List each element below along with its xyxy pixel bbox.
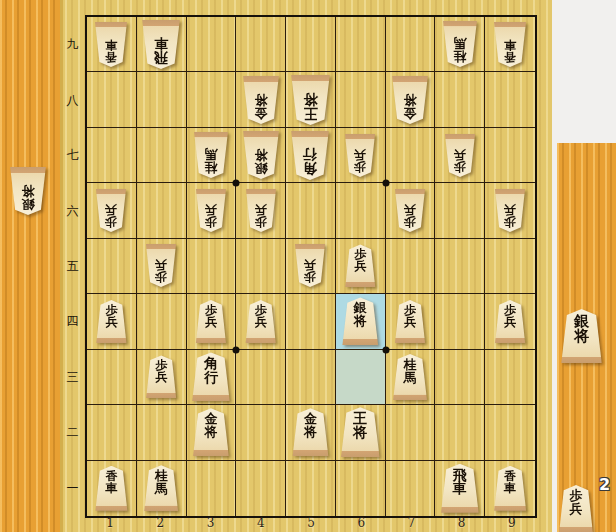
koma-king-rotated[interactable]: 王将 bbox=[290, 75, 331, 125]
koma-kanji: 兵 bbox=[504, 204, 516, 216]
koma-kanji: 兵 bbox=[570, 503, 583, 516]
square-9-7[interactable] bbox=[485, 128, 535, 183]
koma-kanji: 車 bbox=[105, 38, 117, 50]
koma-kanji: 兵 bbox=[255, 204, 267, 216]
koma-gold-rotated[interactable]: 金将 bbox=[242, 76, 280, 124]
koma-gold-rotated[interactable]: 金将 bbox=[391, 76, 429, 124]
koma-kanji: 兵 bbox=[404, 204, 416, 216]
square-4-8[interactable]: 金将 bbox=[236, 72, 286, 127]
koma-kanji: 兵 bbox=[354, 148, 366, 160]
square-5-4[interactable] bbox=[286, 294, 336, 349]
square-1-9[interactable]: 香車 bbox=[87, 17, 137, 72]
left-komadai: 銀将 bbox=[0, 0, 63, 532]
square-5-8[interactable]: 王将 bbox=[286, 72, 336, 127]
koma-pawn[interactable]: 歩兵 bbox=[558, 485, 594, 532]
koma-gold[interactable]: 金将 bbox=[192, 408, 230, 456]
square-3-6[interactable]: 歩兵 bbox=[187, 183, 237, 238]
koma-kanji: 兵 bbox=[404, 317, 416, 329]
koma-pawn[interactable]: 歩兵 bbox=[494, 300, 526, 343]
square-1-8[interactable] bbox=[87, 72, 137, 127]
koma-lance-rotated[interactable]: 香車 bbox=[493, 22, 527, 67]
right-komadai: 銀将歩兵2 bbox=[557, 143, 616, 532]
koma-pawn-rotated[interactable]: 歩兵 bbox=[444, 134, 476, 177]
square-6-4[interactable]: 銀将 bbox=[336, 294, 386, 349]
square-9-4[interactable]: 歩兵 bbox=[485, 294, 535, 349]
koma-kanji: 兵 bbox=[105, 317, 117, 329]
square-4-4[interactable]: 歩兵 bbox=[236, 294, 286, 349]
koma-lance[interactable]: 香車 bbox=[493, 466, 527, 511]
hoshi-dot bbox=[233, 180, 240, 187]
square-6-8[interactable] bbox=[336, 72, 386, 127]
rank-labels: 九八七六五四三二一 bbox=[60, 17, 85, 516]
koma-pawn[interactable]: 歩兵 bbox=[95, 300, 127, 343]
square-3-3[interactable]: 角行 bbox=[187, 350, 237, 405]
square-7-6[interactable]: 歩兵 bbox=[386, 183, 436, 238]
koma-kanji: 兵 bbox=[255, 317, 267, 329]
square-2-4[interactable] bbox=[137, 294, 187, 349]
square-4-5[interactable] bbox=[236, 239, 286, 294]
koma-kanji: 歩 bbox=[304, 271, 316, 283]
shogi-board: 香車飛車桂馬香車金将王将金将桂馬銀将角行歩兵歩兵歩兵歩兵歩兵歩兵歩兵歩兵歩兵歩兵… bbox=[85, 15, 537, 518]
koma-kanji: 兵 bbox=[504, 317, 516, 329]
square-4-1[interactable] bbox=[236, 461, 286, 516]
koma-silver[interactable]: 銀将 bbox=[341, 297, 379, 345]
square-5-5[interactable]: 歩兵 bbox=[286, 239, 336, 294]
file-label: 6 bbox=[336, 517, 386, 532]
square-1-3[interactable] bbox=[87, 350, 137, 405]
koma-kanji: 車 bbox=[504, 38, 516, 50]
hand-piece-count: 2 bbox=[599, 475, 610, 494]
square-8-6[interactable] bbox=[435, 183, 485, 238]
square-7-2[interactable] bbox=[386, 405, 436, 460]
square-1-4[interactable]: 歩兵 bbox=[87, 294, 137, 349]
koma-kanji: 兵 bbox=[155, 372, 167, 384]
square-2-3[interactable]: 歩兵 bbox=[137, 350, 187, 405]
square-9-2[interactable] bbox=[485, 405, 535, 460]
square-8-1[interactable]: 飛車 bbox=[435, 461, 485, 516]
rank-label: 七 bbox=[60, 128, 85, 183]
koma-knight-rotated[interactable]: 桂馬 bbox=[442, 21, 478, 67]
koma-lance-rotated[interactable]: 香車 bbox=[94, 22, 128, 67]
square-2-8[interactable] bbox=[137, 72, 187, 127]
koma-kanji: 兵 bbox=[205, 317, 217, 329]
koma-kanji: 将 bbox=[304, 426, 317, 439]
koma-silver-rotated[interactable]: 銀将 bbox=[9, 167, 47, 215]
square-5-9[interactable] bbox=[286, 17, 336, 72]
square-9-3[interactable] bbox=[485, 350, 535, 405]
square-6-9[interactable] bbox=[336, 17, 386, 72]
rank-label: 四 bbox=[60, 294, 85, 349]
koma-gold[interactable]: 金将 bbox=[291, 408, 329, 456]
koma-pawn[interactable]: 歩兵 bbox=[195, 300, 227, 343]
koma-kanji: 将 bbox=[574, 329, 589, 344]
rank-label: 八 bbox=[60, 72, 85, 127]
square-3-9[interactable] bbox=[187, 17, 237, 72]
rank-label: 一 bbox=[60, 461, 85, 516]
koma-knight[interactable]: 桂馬 bbox=[143, 465, 179, 511]
koma-kanji: 兵 bbox=[155, 259, 167, 271]
square-6-7[interactable]: 歩兵 bbox=[336, 128, 386, 183]
square-6-1[interactable] bbox=[336, 461, 386, 516]
square-3-5[interactable] bbox=[187, 239, 237, 294]
koma-kanji: 銀 bbox=[254, 161, 267, 174]
square-9-5[interactable] bbox=[485, 239, 535, 294]
koma-pawn[interactable]: 歩兵 bbox=[344, 244, 376, 287]
rank-label: 六 bbox=[60, 183, 85, 238]
koma-kanji: 将 bbox=[22, 185, 35, 198]
koma-kanji: 飛 bbox=[154, 50, 168, 64]
rank-label: 九 bbox=[60, 17, 85, 72]
koma-bishop-rotated[interactable]: 角行 bbox=[290, 131, 330, 180]
square-2-1[interactable]: 桂馬 bbox=[137, 461, 187, 516]
square-7-5[interactable] bbox=[386, 239, 436, 294]
square-9-9[interactable]: 香車 bbox=[485, 17, 535, 72]
koma-pawn-rotated[interactable]: 歩兵 bbox=[245, 189, 277, 232]
square-7-7[interactable] bbox=[386, 128, 436, 183]
square-1-7[interactable] bbox=[87, 128, 137, 183]
koma-kanji: 車 bbox=[105, 483, 117, 495]
square-4-2[interactable] bbox=[236, 405, 286, 460]
koma-king[interactable]: 王将 bbox=[340, 407, 381, 457]
square-2-9[interactable]: 飛車 bbox=[137, 17, 187, 72]
square-1-5[interactable] bbox=[87, 239, 137, 294]
koma-kanji: 馬 bbox=[453, 37, 466, 50]
square-3-1[interactable] bbox=[187, 461, 237, 516]
koma-pawn[interactable]: 歩兵 bbox=[145, 355, 177, 398]
square-8-4[interactable] bbox=[435, 294, 485, 349]
square-8-2[interactable] bbox=[435, 405, 485, 460]
hoshi-dot bbox=[233, 346, 240, 353]
koma-kanji: 将 bbox=[254, 149, 267, 162]
square-8-5[interactable] bbox=[435, 239, 485, 294]
koma-knight-rotated[interactable]: 桂馬 bbox=[193, 132, 229, 178]
square-5-1[interactable] bbox=[286, 461, 336, 516]
koma-pawn-rotated[interactable]: 歩兵 bbox=[95, 189, 127, 232]
koma-kanji: 歩 bbox=[205, 215, 217, 227]
square-8-9[interactable]: 桂馬 bbox=[435, 17, 485, 72]
koma-kanji: 行 bbox=[204, 371, 218, 385]
koma-kanji: 兵 bbox=[304, 259, 316, 271]
koma-kanji: 桂 bbox=[453, 49, 466, 62]
square-5-2[interactable]: 金将 bbox=[286, 405, 336, 460]
koma-kanji: 歩 bbox=[504, 215, 516, 227]
koma-kanji: 馬 bbox=[204, 148, 217, 161]
square-1-2[interactable] bbox=[87, 405, 137, 460]
koma-pawn[interactable]: 歩兵 bbox=[394, 300, 426, 343]
koma-bishop[interactable]: 角行 bbox=[191, 352, 231, 401]
koma-kanji: 銀 bbox=[22, 197, 35, 210]
koma-knight[interactable]: 桂馬 bbox=[392, 354, 428, 400]
koma-pawn-rotated[interactable]: 歩兵 bbox=[344, 134, 376, 177]
hoshi-dot bbox=[382, 180, 389, 187]
square-8-7[interactable]: 歩兵 bbox=[435, 128, 485, 183]
koma-pawn-rotated[interactable]: 歩兵 bbox=[145, 244, 177, 287]
koma-kanji: 兵 bbox=[105, 204, 117, 216]
koma-kanji: 兵 bbox=[354, 261, 366, 273]
rank-label: 三 bbox=[60, 350, 85, 405]
file-labels: 123456789 bbox=[85, 517, 537, 532]
koma-kanji: 車 bbox=[453, 482, 467, 496]
koma-kanji: 将 bbox=[204, 426, 217, 439]
square-6-5[interactable]: 歩兵 bbox=[336, 239, 386, 294]
square-7-1[interactable] bbox=[386, 461, 436, 516]
koma-kanji: 行 bbox=[303, 147, 317, 161]
square-9-8[interactable] bbox=[485, 72, 535, 127]
square-1-6[interactable]: 歩兵 bbox=[87, 183, 137, 238]
koma-pawn-rotated[interactable]: 歩兵 bbox=[394, 189, 426, 232]
koma-pawn-rotated[interactable]: 歩兵 bbox=[494, 189, 526, 232]
koma-kanji: 将 bbox=[353, 426, 367, 440]
square-2-2[interactable] bbox=[137, 405, 187, 460]
shogi-app: 銀将 九八七六五四三二一 香車飛車桂馬香車金将王将金将桂馬銀将角行歩兵歩兵歩兵歩… bbox=[0, 0, 616, 532]
koma-rook[interactable]: 飛車 bbox=[440, 464, 480, 513]
square-9-1[interactable]: 香車 bbox=[485, 461, 535, 516]
koma-kanji: 歩 bbox=[404, 215, 416, 227]
square-4-7[interactable]: 銀将 bbox=[236, 128, 286, 183]
square-7-4[interactable]: 歩兵 bbox=[386, 294, 436, 349]
square-9-6[interactable]: 歩兵 bbox=[485, 183, 535, 238]
koma-kanji: 馬 bbox=[404, 372, 417, 385]
square-3-8[interactable] bbox=[187, 72, 237, 127]
koma-kanji: 将 bbox=[254, 93, 267, 106]
square-3-7[interactable]: 桂馬 bbox=[187, 128, 237, 183]
square-6-2[interactable]: 王将 bbox=[336, 405, 386, 460]
square-5-3[interactable] bbox=[286, 350, 336, 405]
koma-kanji: 兵 bbox=[205, 204, 217, 216]
koma-kanji: 桂 bbox=[204, 160, 217, 173]
square-2-5[interactable]: 歩兵 bbox=[137, 239, 187, 294]
koma-pawn-rotated[interactable]: 歩兵 bbox=[195, 189, 227, 232]
koma-kanji: 将 bbox=[303, 92, 317, 106]
koma-kanji: 将 bbox=[354, 315, 367, 328]
koma-kanji: 馬 bbox=[155, 483, 168, 496]
square-8-8[interactable] bbox=[435, 72, 485, 127]
koma-kanji: 車 bbox=[504, 483, 516, 495]
koma-pawn[interactable]: 歩兵 bbox=[245, 300, 277, 343]
koma-rook-rotated[interactable]: 飛車 bbox=[141, 20, 181, 69]
square-5-6[interactable] bbox=[286, 183, 336, 238]
file-label: 4 bbox=[236, 517, 286, 532]
koma-pawn-rotated[interactable]: 歩兵 bbox=[294, 244, 326, 287]
koma-kanji: 兵 bbox=[454, 148, 466, 160]
koma-kanji: 歩 bbox=[255, 215, 267, 227]
koma-lance[interactable]: 香車 bbox=[94, 466, 128, 511]
file-label: 5 bbox=[286, 517, 336, 532]
square-7-9[interactable] bbox=[386, 17, 436, 72]
square-2-7[interactable] bbox=[137, 128, 187, 183]
rank-label: 五 bbox=[60, 239, 85, 294]
square-4-9[interactable] bbox=[236, 17, 286, 72]
file-label: 8 bbox=[437, 517, 487, 532]
file-label: 9 bbox=[487, 517, 537, 532]
square-6-6[interactable] bbox=[336, 183, 386, 238]
koma-kanji: 歩 bbox=[155, 271, 167, 283]
square-3-4[interactable]: 歩兵 bbox=[187, 294, 237, 349]
square-6-3[interactable] bbox=[336, 350, 386, 405]
square-8-3[interactable] bbox=[435, 350, 485, 405]
koma-silver-rotated[interactable]: 銀将 bbox=[242, 131, 280, 179]
square-4-3[interactable] bbox=[236, 350, 286, 405]
file-label: 3 bbox=[185, 517, 235, 532]
square-5-7[interactable]: 角行 bbox=[286, 128, 336, 183]
square-3-2[interactable]: 金将 bbox=[187, 405, 237, 460]
koma-kanji: 車 bbox=[154, 36, 168, 50]
hoshi-dot bbox=[382, 346, 389, 353]
file-label: 2 bbox=[135, 517, 185, 532]
square-7-8[interactable]: 金将 bbox=[386, 72, 436, 127]
koma-kanji: 歩 bbox=[105, 215, 117, 227]
file-label: 7 bbox=[386, 517, 436, 532]
file-label: 1 bbox=[85, 517, 135, 532]
square-1-1[interactable]: 香車 bbox=[87, 461, 137, 516]
koma-kanji: 将 bbox=[404, 93, 417, 106]
koma-silver[interactable]: 銀将 bbox=[560, 309, 603, 363]
square-7-3[interactable]: 桂馬 bbox=[386, 350, 436, 405]
square-4-6[interactable]: 歩兵 bbox=[236, 183, 286, 238]
square-2-6[interactable] bbox=[137, 183, 187, 238]
rank-label: 二 bbox=[60, 405, 85, 460]
